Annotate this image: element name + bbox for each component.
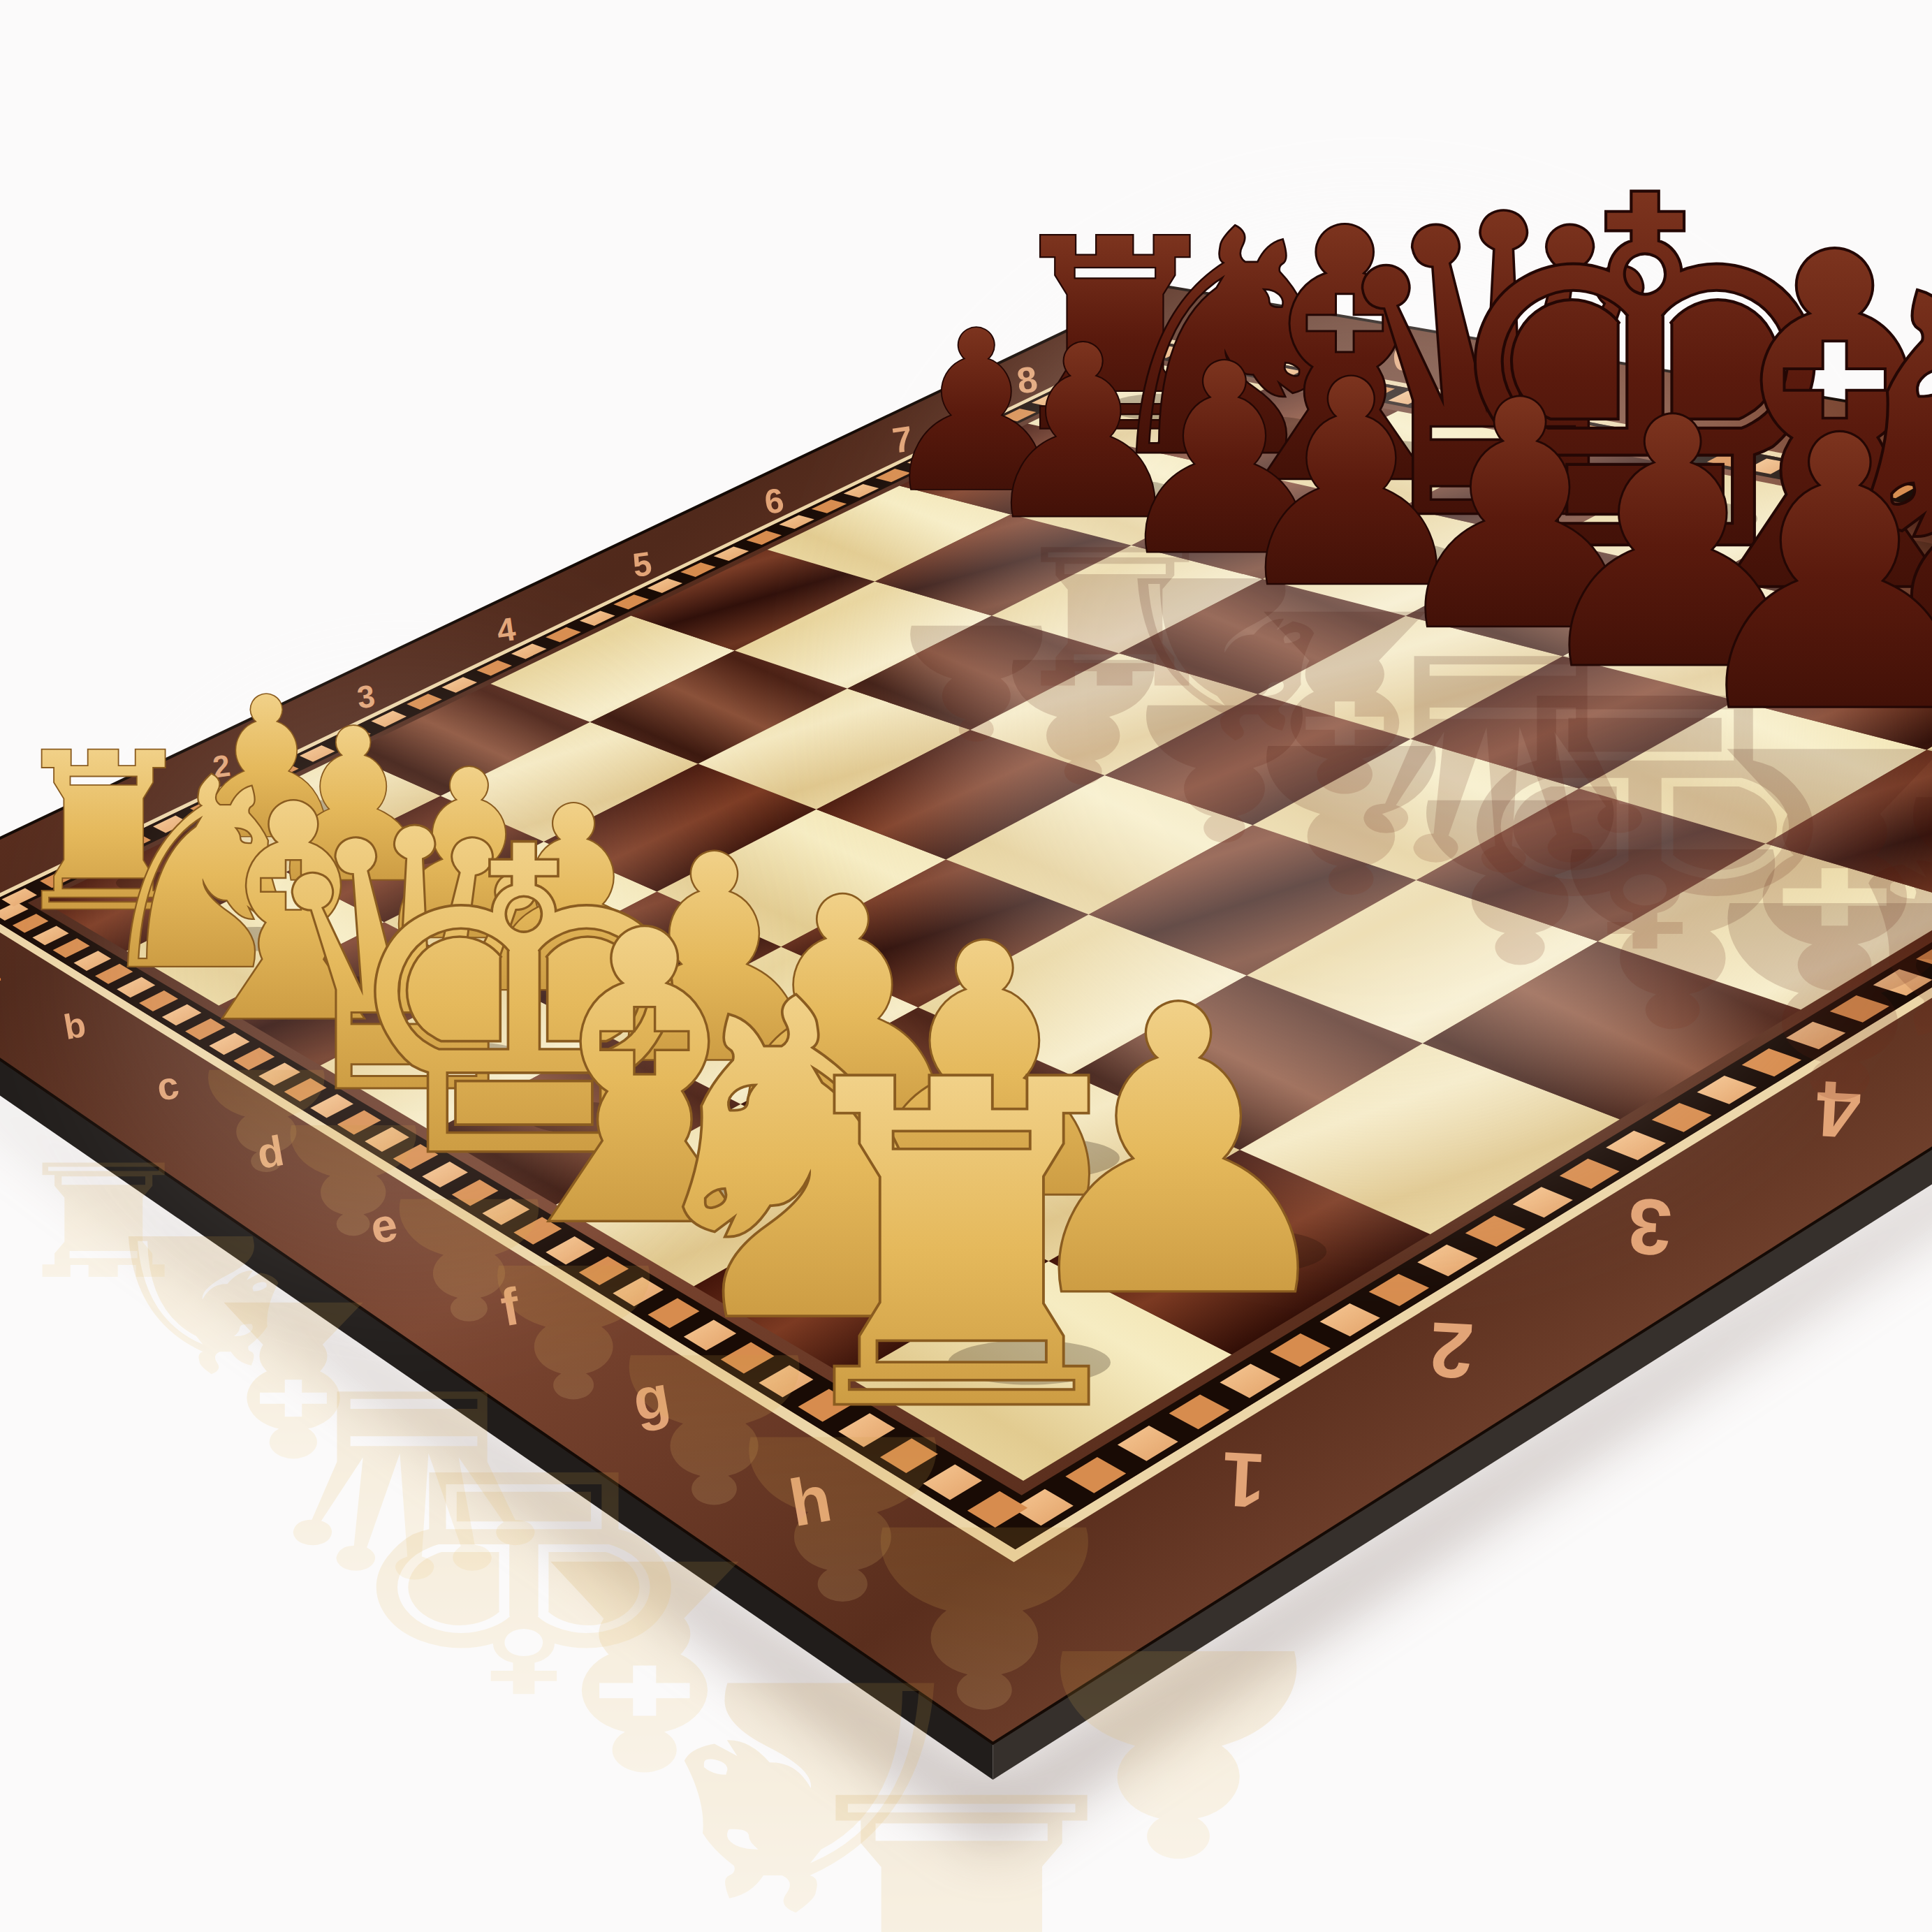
piece-black-pawn-h7[interactable]: ♟ — [1877, 372, 1932, 862]
rank-label-right-2: 2 — [1428, 1305, 1476, 1395]
piece-reflection: ♟ — [1877, 905, 1932, 1258]
photo-background: aabbccddeeffgghh1122334455667788♜♞♝♟♛♟♚♟… — [0, 0, 1932, 1932]
piece-white-rook-h1[interactable]: ♜ — [761, 988, 1162, 1508]
chessboard-photo: aabbccddeeffgghh1122334455667788♜♞♝♟♛♟♚♟… — [0, 0, 1932, 1932]
piece-reflection: ♜ — [761, 1719, 1162, 1932]
rank-label-right-3: 3 — [1625, 1182, 1674, 1272]
rank-label-right-1: 1 — [1220, 1435, 1267, 1524]
